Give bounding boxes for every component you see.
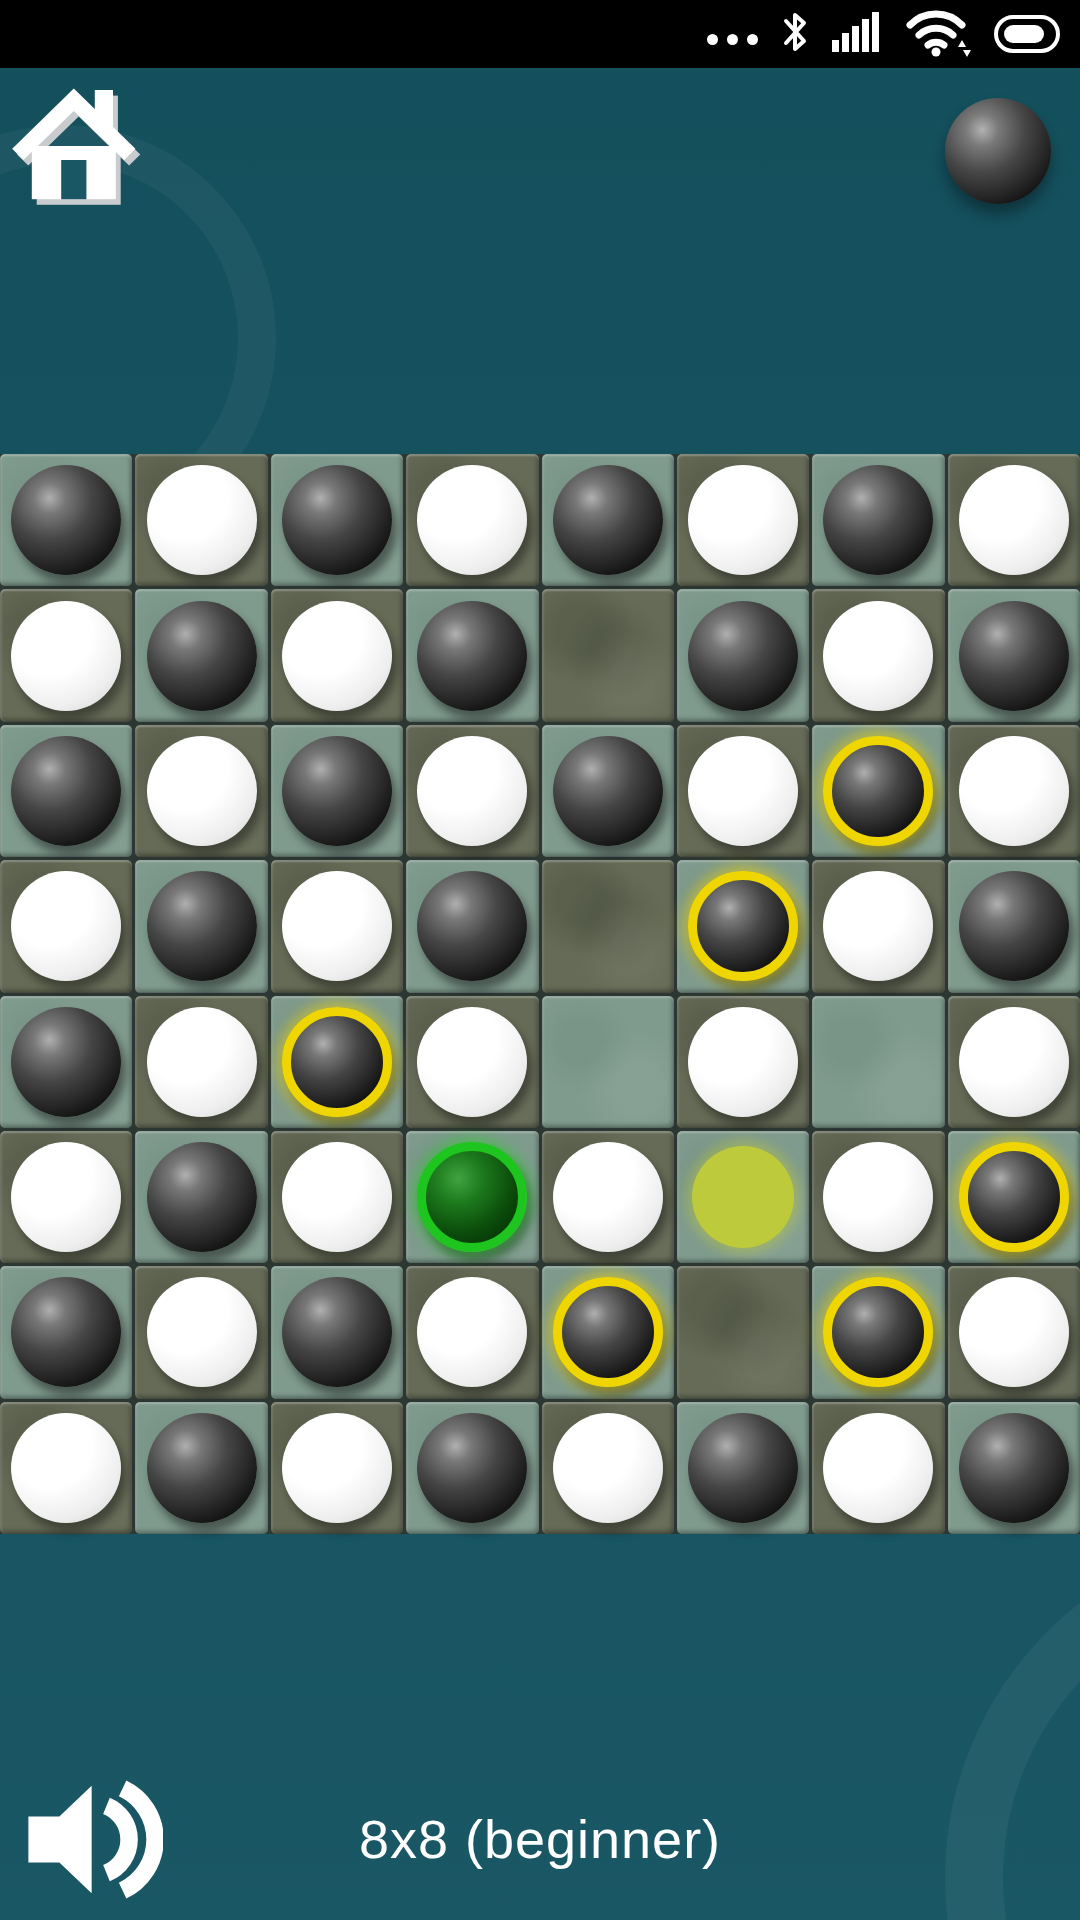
white-disc [688, 736, 798, 846]
cell-b6[interactable] [135, 1131, 267, 1263]
black-disc [11, 1007, 121, 1117]
cell-g2[interactable] [812, 589, 944, 721]
cell-a2[interactable] [0, 589, 132, 721]
cell-e7[interactable] [542, 1266, 674, 1398]
white-disc [959, 465, 1069, 575]
cell-b8[interactable] [135, 1402, 267, 1534]
cell-c8[interactable] [271, 1402, 403, 1534]
white-disc [282, 871, 392, 981]
white-disc [417, 736, 527, 846]
cell-g1[interactable] [812, 454, 944, 586]
cell-e1[interactable] [542, 454, 674, 586]
signal-icon [832, 12, 884, 56]
cell-b7[interactable] [135, 1266, 267, 1398]
black-disc [959, 1413, 1069, 1523]
white-disc [823, 601, 933, 711]
cell-d3[interactable] [406, 725, 538, 857]
cell-g4[interactable] [812, 860, 944, 992]
white-disc [147, 465, 257, 575]
white-disc [282, 601, 392, 711]
cell-g3[interactable] [812, 725, 944, 857]
cell-b5[interactable] [135, 996, 267, 1128]
white-disc [282, 1142, 392, 1252]
black-disc-highlighted [282, 1007, 392, 1117]
cell-a7[interactable] [0, 1266, 132, 1398]
cell-h2[interactable] [948, 589, 1080, 721]
cell-c7[interactable] [271, 1266, 403, 1398]
cell-g7[interactable] [812, 1266, 944, 1398]
cell-c5[interactable] [271, 996, 403, 1128]
black-disc [147, 1142, 257, 1252]
cell-d1[interactable] [406, 454, 538, 586]
black-disc [147, 601, 257, 711]
black-disc-highlighted [688, 871, 798, 981]
cell-a1[interactable] [0, 454, 132, 586]
cell-f4[interactable] [677, 860, 809, 992]
black-disc [688, 1413, 798, 1523]
cell-e6[interactable] [542, 1131, 674, 1263]
cell-d5[interactable] [406, 996, 538, 1128]
cell-g8[interactable] [812, 1402, 944, 1534]
cell-h1[interactable] [948, 454, 1080, 586]
white-disc [823, 1142, 933, 1252]
cell-h7[interactable] [948, 1266, 1080, 1398]
cell-e4[interactable] [542, 860, 674, 992]
cell-b2[interactable] [135, 589, 267, 721]
cell-d6[interactable] [406, 1131, 538, 1263]
cell-h5[interactable] [948, 996, 1080, 1128]
white-disc [823, 871, 933, 981]
home-button[interactable] [8, 76, 148, 216]
white-disc [823, 1413, 933, 1523]
cell-d4[interactable] [406, 860, 538, 992]
board [0, 454, 1080, 1534]
black-disc [417, 871, 527, 981]
white-disc [553, 1142, 663, 1252]
status-bar [0, 0, 1080, 68]
cell-f5[interactable] [677, 996, 809, 1128]
black-disc [282, 736, 392, 846]
black-disc [282, 1277, 392, 1387]
white-disc [959, 1277, 1069, 1387]
cell-h6[interactable] [948, 1131, 1080, 1263]
cell-g5[interactable] [812, 996, 944, 1128]
cell-f6[interactable] [677, 1131, 809, 1263]
white-disc [688, 465, 798, 575]
board-size-label: 8x8 (beginner) [0, 1808, 1080, 1870]
cell-a3[interactable] [0, 725, 132, 857]
cell-c4[interactable] [271, 860, 403, 992]
wifi-icon [906, 7, 972, 61]
black-disc [688, 601, 798, 711]
cell-e5[interactable] [542, 996, 674, 1128]
cell-b3[interactable] [135, 725, 267, 857]
last-move-disc [417, 1142, 527, 1252]
black-disc-highlighted [553, 1277, 663, 1387]
cell-c1[interactable] [271, 454, 403, 586]
black-disc-highlighted [959, 1142, 1069, 1252]
white-disc [553, 1413, 663, 1523]
cell-a6[interactable] [0, 1131, 132, 1263]
cell-d7[interactable] [406, 1266, 538, 1398]
white-disc [959, 1007, 1069, 1117]
turn-indicator-black-disc [945, 98, 1051, 204]
white-disc [417, 1277, 527, 1387]
black-disc [823, 465, 933, 575]
cell-c3[interactable] [271, 725, 403, 857]
white-disc [959, 736, 1069, 846]
white-disc [417, 1007, 527, 1117]
black-disc [147, 871, 257, 981]
cell-e2[interactable] [542, 589, 674, 721]
cell-h8[interactable] [948, 1402, 1080, 1534]
cell-f7[interactable] [677, 1266, 809, 1398]
cell-f8[interactable] [677, 1402, 809, 1534]
cell-h3[interactable] [948, 725, 1080, 857]
home-icon [8, 76, 148, 216]
black-disc [11, 736, 121, 846]
white-disc [147, 1007, 257, 1117]
cell-d2[interactable] [406, 589, 538, 721]
more-dots-icon [707, 34, 758, 45]
hint-marker [692, 1146, 794, 1248]
black-disc [417, 601, 527, 711]
black-disc-highlighted [823, 1277, 933, 1387]
cell-c6[interactable] [271, 1131, 403, 1263]
black-disc [959, 601, 1069, 711]
white-disc [417, 465, 527, 575]
black-disc [282, 465, 392, 575]
white-disc [688, 1007, 798, 1117]
white-disc [11, 1142, 121, 1252]
bluetooth-icon [780, 9, 810, 59]
black-disc-highlighted [823, 736, 933, 846]
cell-a4[interactable] [0, 860, 132, 992]
black-disc [11, 1277, 121, 1387]
black-disc [959, 871, 1069, 981]
cell-e3[interactable] [542, 725, 674, 857]
white-disc [147, 736, 257, 846]
cell-a5[interactable] [0, 996, 132, 1128]
cell-b4[interactable] [135, 860, 267, 992]
cell-f1[interactable] [677, 454, 809, 586]
black-disc [147, 1413, 257, 1523]
cell-a8[interactable] [0, 1402, 132, 1534]
white-disc [282, 1413, 392, 1523]
cell-g6[interactable] [812, 1131, 944, 1263]
cell-f2[interactable] [677, 589, 809, 721]
cell-b1[interactable] [135, 454, 267, 586]
black-disc [11, 465, 121, 575]
cell-h4[interactable] [948, 860, 1080, 992]
cell-e8[interactable] [542, 1402, 674, 1534]
cell-d8[interactable] [406, 1402, 538, 1534]
white-disc [147, 1277, 257, 1387]
black-disc [417, 1413, 527, 1523]
black-disc [553, 736, 663, 846]
battery-icon [994, 15, 1060, 53]
black-disc [553, 465, 663, 575]
cell-f3[interactable] [677, 725, 809, 857]
white-disc [11, 601, 121, 711]
cell-c2[interactable] [271, 589, 403, 721]
white-disc [11, 1413, 121, 1523]
white-disc [11, 871, 121, 981]
